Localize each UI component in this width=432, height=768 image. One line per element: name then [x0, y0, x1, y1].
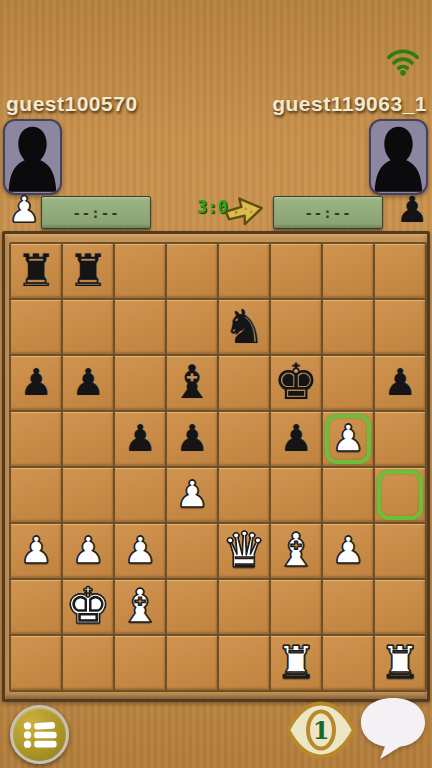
square-a5[interactable]	[11, 412, 61, 466]
square-h7[interactable]	[375, 300, 425, 354]
square-a4[interactable]	[11, 468, 61, 522]
white-pawn: ♟	[19, 532, 52, 569]
square-d1[interactable]	[167, 636, 217, 690]
square-e4[interactable]	[219, 468, 269, 522]
black-pawn: ♟	[123, 420, 156, 457]
square-a1[interactable]	[11, 636, 61, 690]
square-b7[interactable]	[63, 300, 113, 354]
black-pawn: ♟	[71, 364, 104, 401]
square-d5[interactable]: ♟	[167, 412, 217, 466]
left-player-avatar[interactable]	[3, 119, 62, 195]
square-f2[interactable]	[271, 580, 321, 634]
square-e2[interactable]	[219, 580, 269, 634]
square-d7[interactable]	[167, 300, 217, 354]
square-e3[interactable]: ♛	[219, 524, 269, 578]
square-c1[interactable]	[115, 636, 165, 690]
black-rook: ♜	[68, 248, 108, 293]
square-c5[interactable]: ♟	[115, 412, 165, 466]
square-g4[interactable]	[323, 468, 373, 522]
square-d8[interactable]	[167, 244, 217, 298]
right-player-name: guest119063_1	[272, 92, 427, 116]
square-b6[interactable]: ♟	[63, 356, 113, 410]
square-g8[interactable]	[323, 244, 373, 298]
black-pawn: ♟	[19, 364, 52, 401]
square-h2[interactable]	[375, 580, 425, 634]
square-f6[interactable]: ♚	[271, 356, 321, 410]
square-c2[interactable]: ♝	[115, 580, 165, 634]
white-rook: ♜	[276, 640, 316, 685]
square-c6[interactable]	[115, 356, 165, 410]
square-e5[interactable]	[219, 412, 269, 466]
square-g2[interactable]	[323, 580, 373, 634]
square-h1[interactable]: ♜	[375, 636, 425, 690]
white-pawn: ♟	[175, 476, 208, 513]
black-knight: ♞	[223, 303, 265, 350]
square-e8[interactable]	[219, 244, 269, 298]
square-c8[interactable]	[115, 244, 165, 298]
white-king: ♚	[66, 581, 111, 631]
square-b2[interactable]: ♚	[63, 580, 113, 634]
last-move-highlight	[377, 470, 423, 520]
square-g3[interactable]: ♟	[323, 524, 373, 578]
square-a2[interactable]	[11, 580, 61, 634]
left-side-white-pawn-icon: ♟	[8, 192, 40, 228]
square-a3[interactable]: ♟	[11, 524, 61, 578]
square-h6[interactable]: ♟	[375, 356, 425, 410]
spectators-indicator[interactable]: 1	[285, 701, 357, 759]
wifi-icon	[386, 45, 420, 77]
white-queen: ♛	[222, 526, 266, 575]
square-c4[interactable]	[115, 468, 165, 522]
list-menu-icon	[20, 715, 60, 755]
chess-board-frame: ♜♜♞♟♟♝♚♟♟♟♟♟♟♟♟♟♛♝♟♚♝♜♜	[2, 231, 430, 702]
square-f7[interactable]	[271, 300, 321, 354]
square-b5[interactable]	[63, 412, 113, 466]
black-pawn: ♟	[175, 420, 208, 457]
black-bishop: ♝	[171, 359, 212, 405]
square-e1[interactable]	[219, 636, 269, 690]
chess-board: ♜♜♞♟♟♝♚♟♟♟♟♟♟♟♟♟♛♝♟♚♝♜♜	[9, 242, 427, 692]
person-silhouette-icon	[371, 121, 426, 193]
black-rook: ♜	[16, 248, 56, 293]
right-player-clock: --:--	[273, 196, 383, 229]
square-g5[interactable]: ♟	[323, 412, 373, 466]
right-side-black-pawn-icon: ♟	[396, 192, 428, 228]
square-d3[interactable]	[167, 524, 217, 578]
square-f1[interactable]: ♜	[271, 636, 321, 690]
square-b1[interactable]	[63, 636, 113, 690]
black-king: ♚	[274, 357, 319, 407]
square-d4[interactable]: ♟	[167, 468, 217, 522]
white-pawn: ♟	[331, 532, 364, 569]
square-e6[interactable]	[219, 356, 269, 410]
square-g7[interactable]	[323, 300, 373, 354]
person-silhouette-icon	[5, 121, 60, 193]
square-h4[interactable]	[375, 468, 425, 522]
square-f3[interactable]: ♝	[271, 524, 321, 578]
square-c3[interactable]: ♟	[115, 524, 165, 578]
square-g1[interactable]	[323, 636, 373, 690]
white-bishop: ♝	[119, 583, 160, 629]
spectator-count: 1	[285, 701, 357, 759]
square-c7[interactable]	[115, 300, 165, 354]
square-f5[interactable]: ♟	[271, 412, 321, 466]
white-pawn: ♟	[123, 532, 156, 569]
white-bishop: ♝	[275, 527, 316, 573]
white-pawn: ♟	[71, 532, 104, 569]
menu-button[interactable]	[10, 705, 69, 764]
left-player-clock: --:--	[41, 196, 151, 229]
left-player-name: guest100570	[6, 92, 138, 116]
square-b8[interactable]: ♜	[63, 244, 113, 298]
right-player-avatar[interactable]	[369, 119, 428, 195]
square-h5[interactable]	[375, 412, 425, 466]
square-b4[interactable]	[63, 468, 113, 522]
square-b3[interactable]: ♟	[63, 524, 113, 578]
white-pawn: ♟	[331, 420, 364, 457]
square-h3[interactable]	[375, 524, 425, 578]
white-rook: ♜	[380, 640, 420, 685]
square-f8[interactable]	[271, 244, 321, 298]
square-a6[interactable]: ♟	[11, 356, 61, 410]
square-a8[interactable]: ♜	[11, 244, 61, 298]
square-e7[interactable]: ♞	[219, 300, 269, 354]
square-f4[interactable]	[271, 468, 321, 522]
black-pawn: ♟	[279, 420, 312, 457]
chat-bubble-icon	[355, 695, 431, 763]
square-g6[interactable]	[323, 356, 373, 410]
square-h8[interactable]	[375, 244, 425, 298]
turn-arrow-icon	[224, 192, 266, 230]
square-a7[interactable]	[11, 300, 61, 354]
chat-button[interactable]	[355, 695, 431, 763]
square-d2[interactable]	[167, 580, 217, 634]
square-d6[interactable]: ♝	[167, 356, 217, 410]
black-pawn: ♟	[383, 364, 416, 401]
